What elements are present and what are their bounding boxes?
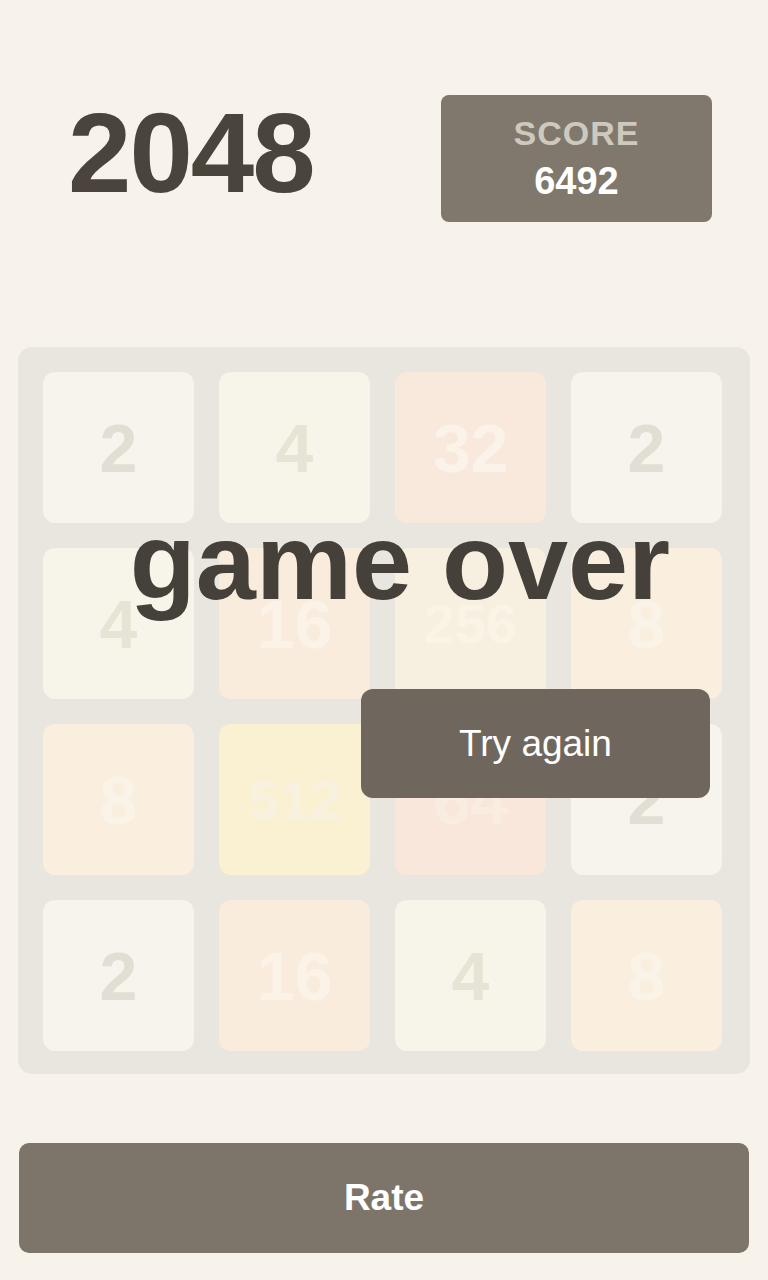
tile-512: 512: [219, 724, 370, 875]
tile-8: 8: [43, 724, 194, 875]
tile-8: 8: [571, 900, 722, 1051]
tile-2: 2: [43, 900, 194, 1051]
tile-16: 16: [219, 900, 370, 1051]
score-box: SCORE 6492: [441, 95, 712, 222]
game-over-message: game over: [0, 508, 768, 616]
score-value: 6492: [534, 160, 619, 203]
try-again-button[interactable]: Try again: [361, 689, 710, 798]
game-title: 2048: [68, 96, 314, 210]
rate-button[interactable]: Rate: [19, 1143, 749, 1253]
score-label: SCORE: [514, 114, 640, 153]
tile-4: 4: [395, 900, 546, 1051]
app-background: { "game": "2048", "position": { "rows": …: [0, 0, 768, 1280]
